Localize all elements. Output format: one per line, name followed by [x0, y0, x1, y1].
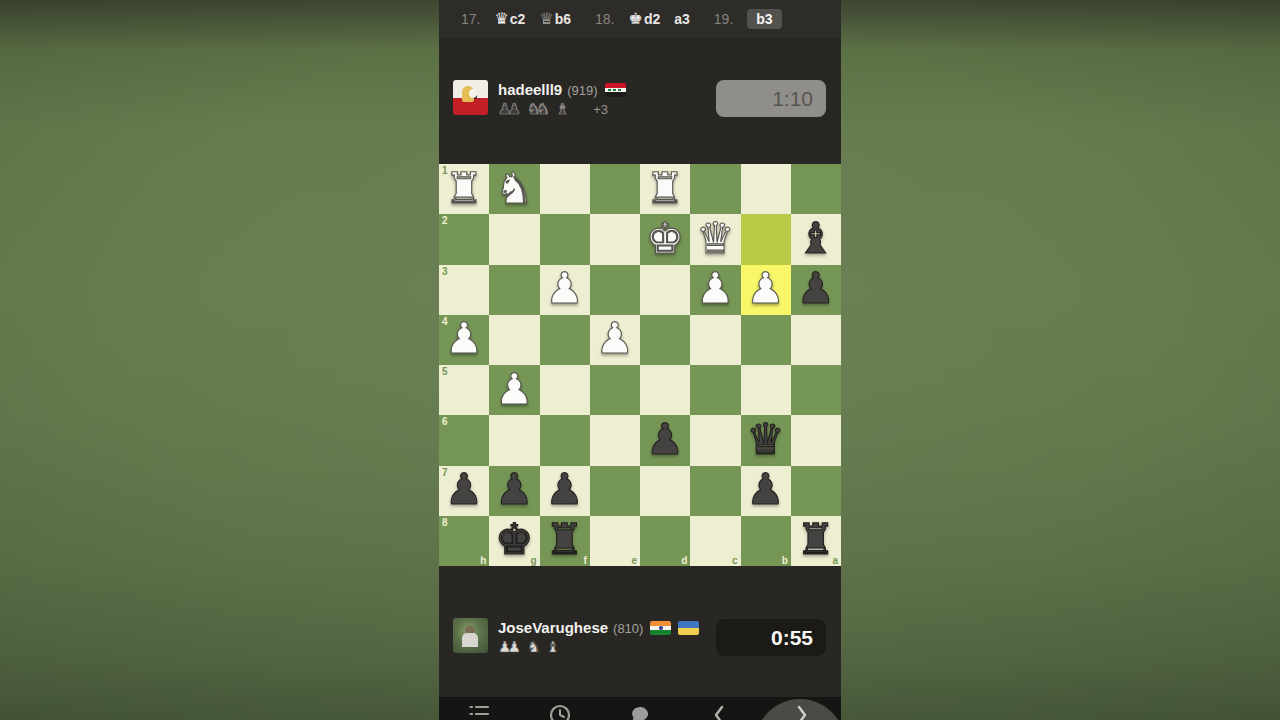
square-d6[interactable]: ♟ — [640, 415, 690, 465]
square-a2[interactable]: ♝ — [791, 214, 841, 264]
square-d2[interactable]: ♚ — [640, 214, 690, 264]
square-e5[interactable] — [590, 365, 640, 415]
white-K-figurine-icon: ♚ — [629, 11, 643, 27]
square-b6[interactable]: ♛ — [741, 415, 791, 465]
white-queen-piece: ♛ — [696, 217, 735, 260]
square-h6[interactable]: 6 — [439, 415, 489, 465]
rank-label-8: 8 — [442, 517, 448, 528]
square-b5[interactable] — [741, 365, 791, 415]
move-text: c2 — [510, 11, 526, 27]
rank-label-2: 2 — [442, 215, 448, 226]
bottom-player-avatar[interactable] — [453, 618, 488, 653]
black-rook-piece: ♜ — [545, 518, 584, 561]
square-f8[interactable]: f♜ — [540, 516, 590, 566]
square-c2[interactable]: ♛ — [690, 214, 740, 264]
bottom-player-captured-pieces: ♟♟♞♝ — [498, 639, 566, 655]
file-label-b: b — [782, 555, 788, 566]
current-move[interactable]: b3 — [747, 9, 781, 29]
square-d1[interactable]: ♜ — [640, 164, 690, 214]
rank-label-5: 5 — [442, 366, 448, 377]
square-e1[interactable] — [590, 164, 640, 214]
white-king-piece: ♚ — [646, 217, 685, 260]
black-rook-piece: ♜ — [797, 518, 836, 561]
move-list-bar: 17.♛c2♕b618.♚d2a319.b3 — [439, 0, 841, 38]
square-e6[interactable] — [590, 415, 640, 465]
move-text: d2 — [644, 11, 660, 27]
chess-board: 1♜♞♜2♚♛♝3♟♟♟♟4♟♟5♟6♟♛7♟♟♟♟8hg♚f♜edcba♜ — [439, 164, 841, 566]
square-h3[interactable]: 3 — [439, 265, 489, 315]
black-pawn-piece: ♟ — [445, 468, 484, 511]
square-a6[interactable] — [791, 415, 841, 465]
square-g5[interactable]: ♟ — [489, 365, 539, 415]
square-h5[interactable]: 5 — [439, 365, 489, 415]
top-player-avatar[interactable] — [453, 80, 488, 115]
captured-piece-group: ♟♟ — [498, 102, 517, 117]
move[interactable]: ♕b6 — [539, 11, 571, 27]
square-a1[interactable] — [791, 164, 841, 214]
white-Q-figurine-icon: ♛ — [494, 11, 508, 27]
square-f7[interactable]: ♟ — [540, 466, 590, 516]
bottom-player-clock: 0:55 — [716, 619, 826, 656]
square-d5[interactable] — [640, 365, 690, 415]
square-g7[interactable]: ♟ — [489, 466, 539, 516]
move-text: b3 — [756, 11, 772, 27]
black-queen-piece: ♛ — [746, 418, 785, 461]
square-d7[interactable] — [640, 466, 690, 516]
bottom-player-name: JoseVarughese — [498, 619, 608, 636]
square-c4[interactable] — [690, 315, 740, 365]
clock-icon — [548, 702, 572, 720]
square-b1[interactable] — [741, 164, 791, 214]
moves-list-button[interactable] — [439, 702, 519, 720]
square-c8[interactable]: c — [690, 516, 740, 566]
square-a3[interactable]: ♟ — [791, 265, 841, 315]
square-a7[interactable] — [791, 466, 841, 516]
square-f1[interactable] — [540, 164, 590, 214]
file-label-f: f — [583, 555, 586, 566]
black-pawn-piece: ♟ — [797, 267, 836, 310]
square-h7[interactable]: 7♟ — [439, 466, 489, 516]
ukraine-flag-icon — [678, 621, 699, 635]
back-button[interactable] — [680, 702, 760, 720]
bottom-player-row: JoseVarughese(810) ♟♟♞♝ 0:55 — [453, 618, 827, 662]
top-player-captured-pieces: ♟♟♞♞♝+3 — [498, 101, 608, 117]
material-advantage: +3 — [593, 102, 608, 117]
captured-piece-group: ♞♞ — [527, 102, 546, 117]
white-pawn-piece: ♟ — [545, 267, 584, 310]
square-c1[interactable] — [690, 164, 740, 214]
move-number: 19. — [714, 11, 733, 27]
move[interactable]: ♛c2 — [494, 11, 525, 27]
chevron-left-icon — [708, 702, 732, 720]
square-c7[interactable] — [690, 466, 740, 516]
square-g2[interactable] — [489, 214, 539, 264]
square-c6[interactable] — [690, 415, 740, 465]
square-b2[interactable] — [741, 214, 791, 264]
captured-piece-group: ♝ — [556, 102, 565, 117]
bottom-player-flags — [643, 619, 699, 636]
move-number: 18. — [595, 11, 614, 27]
file-label-h: h — [480, 555, 486, 566]
moves-list-icon — [467, 702, 491, 720]
rank-label-6: 6 — [442, 416, 448, 427]
square-h1[interactable]: 1♜ — [439, 164, 489, 214]
captured-piece-group: ♞ — [527, 640, 536, 655]
chevron-right-icon — [789, 702, 813, 720]
square-e2[interactable] — [590, 214, 640, 264]
white-rook-piece: ♜ — [646, 167, 685, 210]
top-player-rating: (919) — [567, 83, 597, 98]
square-f2[interactable] — [540, 214, 590, 264]
square-b7[interactable]: ♟ — [741, 466, 791, 516]
square-d4[interactable] — [640, 315, 690, 365]
white-rook-piece: ♜ — [445, 167, 484, 210]
square-c3[interactable]: ♟ — [690, 265, 740, 315]
square-a5[interactable] — [791, 365, 841, 415]
square-e4[interactable]: ♟ — [590, 315, 640, 365]
square-g6[interactable] — [489, 415, 539, 465]
square-e3[interactable] — [590, 265, 640, 315]
chat-button[interactable] — [600, 702, 680, 720]
move-text: b6 — [555, 11, 571, 27]
top-player-clock: 1:10 — [716, 80, 826, 117]
square-f3[interactable]: ♟ — [540, 265, 590, 315]
square-b8[interactable]: b — [741, 516, 791, 566]
black-pawn-piece: ♟ — [646, 418, 685, 461]
black-pawn-piece: ♟ — [495, 468, 534, 511]
top-player-flags — [598, 81, 626, 98]
white-pawn-piece: ♟ — [696, 267, 735, 310]
square-d8[interactable]: d — [640, 516, 690, 566]
square-b3[interactable]: ♟ — [741, 265, 791, 315]
square-e7[interactable] — [590, 466, 640, 516]
white-knight-piece: ♞ — [495, 167, 534, 210]
square-f6[interactable] — [540, 415, 590, 465]
chat-icon — [628, 702, 652, 720]
black-pawn-piece: ♟ — [545, 468, 584, 511]
white-pawn-piece: ♟ — [445, 317, 484, 360]
square-e8[interactable]: e — [590, 516, 640, 566]
file-label-e: e — [631, 555, 637, 566]
square-f4[interactable] — [540, 315, 590, 365]
white-pawn-piece: ♟ — [596, 317, 635, 360]
black-pawn-piece: ♟ — [746, 468, 785, 511]
black-Q-figurine-icon: ♕ — [539, 11, 553, 27]
india-flag-icon — [650, 621, 671, 635]
square-g3[interactable] — [489, 265, 539, 315]
bottom-player-rating: (810) — [613, 621, 643, 636]
black-bishop-piece: ♝ — [797, 217, 836, 260]
square-g1[interactable]: ♞ — [489, 164, 539, 214]
square-d3[interactable] — [640, 265, 690, 315]
iraq-flag-icon — [605, 83, 626, 97]
chess-app-screen: 17.♛c2♕b618.♚d2a319.b3 hadeelll9(919) ♟♟… — [439, 0, 841, 720]
move[interactable]: a3 — [674, 11, 690, 27]
white-pawn-piece: ♟ — [495, 368, 534, 411]
file-label-d: d — [681, 555, 687, 566]
captured-piece-group: ♝ — [546, 640, 555, 655]
top-player-row: hadeelll9(919) ♟♟♞♞♝+3 1:10 — [453, 80, 827, 124]
move-number: 17. — [461, 11, 480, 27]
rank-label-3: 3 — [442, 266, 448, 277]
captured-piece-group: ♟♟ — [498, 640, 517, 655]
clock-button[interactable] — [519, 702, 599, 720]
white-pawn-piece: ♟ — [746, 267, 785, 310]
square-h8[interactable]: 8h — [439, 516, 489, 566]
square-g4[interactable] — [489, 315, 539, 365]
square-b4[interactable] — [741, 315, 791, 365]
square-f5[interactable] — [540, 365, 590, 415]
black-king-piece: ♚ — [495, 518, 534, 561]
file-label-c: c — [732, 555, 738, 566]
move[interactable]: ♚d2 — [629, 11, 661, 27]
square-a4[interactable] — [791, 315, 841, 365]
square-g8[interactable]: g♚ — [489, 516, 539, 566]
square-h4[interactable]: 4♟ — [439, 315, 489, 365]
forward-button[interactable] — [761, 702, 841, 720]
square-c5[interactable] — [690, 365, 740, 415]
top-player-name: hadeelll9 — [498, 81, 562, 98]
square-h2[interactable]: 2 — [439, 214, 489, 264]
square-a8[interactable]: a♜ — [791, 516, 841, 566]
move-text: a3 — [674, 11, 690, 27]
